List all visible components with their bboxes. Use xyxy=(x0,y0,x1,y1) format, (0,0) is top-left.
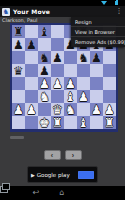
move-caption xyxy=(10,136,24,139)
board-square-e6[interactable] xyxy=(64,51,77,64)
board-square-a6[interactable] xyxy=(12,51,25,64)
board-square-a4[interactable] xyxy=(12,77,25,90)
board-square-b5[interactable] xyxy=(25,64,38,77)
board-square-e5[interactable] xyxy=(64,64,77,77)
menu-item-resign[interactable]: Resign xyxy=(71,17,125,27)
white-pawn-piece: ♟ xyxy=(90,103,103,116)
white-king-piece: ♚ xyxy=(38,116,51,129)
black-pawn-piece: ♟ xyxy=(12,38,25,51)
board-square-h6[interactable] xyxy=(103,51,116,64)
white-pawn-piece: ♟ xyxy=(64,77,77,90)
board-square-d1[interactable]: ♜ xyxy=(51,116,64,129)
board-square-a2[interactable]: ♟ xyxy=(12,103,25,116)
white-pawn-piece: ♟ xyxy=(38,77,51,90)
board-square-a5[interactable]: ♛ xyxy=(12,64,25,77)
board-square-h3[interactable] xyxy=(103,90,116,103)
white-pawn-piece: ♟ xyxy=(103,103,116,116)
app-icon: ♞ xyxy=(2,8,10,16)
board-square-b3[interactable] xyxy=(25,90,38,103)
board-square-a7[interactable]: ♟ xyxy=(12,38,25,51)
board-square-b2[interactable]: ♟ xyxy=(25,103,38,116)
recents-icon[interactable] xyxy=(0,186,8,193)
board-square-c2[interactable] xyxy=(38,103,51,116)
battery-icon xyxy=(115,1,118,5)
ad-banner[interactable]: ▶ Google play xyxy=(27,166,98,183)
white-rook-piece: ♜ xyxy=(51,116,64,129)
menu-item-remove-ads[interactable]: Remove Ads ($0.99) xyxy=(71,37,125,47)
board-square-g3[interactable] xyxy=(90,90,103,103)
black-rook-piece: ♜ xyxy=(12,25,25,38)
board-square-d7[interactable] xyxy=(51,38,64,51)
board-square-b8[interactable] xyxy=(25,25,38,38)
board-square-e3[interactable]: ♝ xyxy=(64,90,77,103)
app-title: Your Move xyxy=(13,8,50,15)
white-knight-piece: ♞ xyxy=(64,103,77,116)
board-square-c4[interactable]: ♟ xyxy=(38,77,51,90)
white-bishop-piece: ♝ xyxy=(77,116,90,129)
board-square-c3[interactable]: ♞ xyxy=(38,90,51,103)
home-icon[interactable]: ⌂ xyxy=(56,186,68,200)
board-square-b7[interactable]: ♟ xyxy=(25,38,38,51)
overflow-menu-icon[interactable]: ⋮ xyxy=(115,6,123,17)
board-square-a3[interactable] xyxy=(12,90,25,103)
wifi-icon xyxy=(101,1,107,5)
black-pawn-piece: ♟ xyxy=(51,51,64,64)
board-square-h1[interactable]: ♜ xyxy=(103,116,116,129)
black-pawn-piece: ♟ xyxy=(38,64,51,77)
previous-move-button[interactable]: ‹ xyxy=(44,150,61,160)
board-square-g2[interactable]: ♟ xyxy=(90,103,103,116)
back-icon[interactable]: ↩ xyxy=(30,186,42,200)
black-bishop-piece: ♝ xyxy=(38,25,51,38)
board-square-d2[interactable]: ♛ xyxy=(51,103,64,116)
title-bar: ♞ Your Move ⋮ xyxy=(0,6,125,17)
board-square-d8[interactable] xyxy=(51,25,64,38)
board-square-d6[interactable]: ♟ xyxy=(51,51,64,64)
board-square-f2[interactable] xyxy=(77,103,90,116)
board-square-d4[interactable]: ♟ xyxy=(51,77,64,90)
overflow-menu: Resign View in Browser Remove Ads ($0.99… xyxy=(71,17,125,47)
board-square-h2[interactable]: ♟ xyxy=(103,103,116,116)
white-queen-piece: ♛ xyxy=(51,103,64,116)
board-square-g6[interactable]: ♟ xyxy=(90,51,103,64)
board-square-e4[interactable]: ♟ xyxy=(64,77,77,90)
ad-install-button[interactable] xyxy=(78,171,94,179)
board-square-a8[interactable]: ♜ xyxy=(12,25,25,38)
board-square-g4[interactable] xyxy=(90,77,103,90)
white-pawn-piece: ♟ xyxy=(51,77,64,90)
board-square-h5[interactable] xyxy=(103,64,116,77)
board-square-b6[interactable] xyxy=(25,51,38,64)
board-square-c1[interactable]: ♚ xyxy=(38,116,51,129)
board-square-c6[interactable]: ♞ xyxy=(38,51,51,64)
black-knight-piece: ♞ xyxy=(38,51,51,64)
board-square-b4[interactable] xyxy=(25,77,38,90)
board-square-e2[interactable]: ♞ xyxy=(64,103,77,116)
white-pawn-piece: ♟ xyxy=(25,103,38,116)
black-knight-piece: ♞ xyxy=(77,51,90,64)
board-square-b1[interactable] xyxy=(25,116,38,129)
white-rook-piece: ♜ xyxy=(103,116,116,129)
board-square-c7[interactable] xyxy=(38,38,51,51)
board-square-c5[interactable]: ♟ xyxy=(38,64,51,77)
white-knight-piece: ♞ xyxy=(38,90,51,103)
black-queen-piece: ♛ xyxy=(12,64,25,77)
board-square-f4[interactable] xyxy=(77,77,90,90)
menu-item-view-in-browser[interactable]: View in Browser xyxy=(71,27,125,37)
board-square-e1[interactable] xyxy=(64,116,77,129)
board-square-a1[interactable] xyxy=(12,116,25,129)
board-square-d5[interactable] xyxy=(51,64,64,77)
board-square-f6[interactable]: ♞ xyxy=(77,51,90,64)
board-square-g1[interactable] xyxy=(90,116,103,129)
move-navigation: ‹ › xyxy=(0,150,125,160)
google-play-icon: ▶ xyxy=(31,172,35,178)
black-pawn-piece: ♟ xyxy=(90,51,103,64)
board-square-c8[interactable]: ♝ xyxy=(38,25,51,38)
white-pawn-piece: ♟ xyxy=(12,103,25,116)
board-square-h4[interactable] xyxy=(103,77,116,90)
board-square-f1[interactable]: ♝ xyxy=(77,116,90,129)
board-square-d3[interactable] xyxy=(51,90,64,103)
white-pawn-piece: ♟ xyxy=(77,90,90,103)
board-square-f3[interactable]: ♟ xyxy=(77,90,90,103)
black-pawn-piece: ♟ xyxy=(25,38,38,51)
android-nav-bar: ↩ ⌂ xyxy=(0,186,125,200)
ad-text: Google play xyxy=(37,172,70,178)
white-bishop-piece: ♝ xyxy=(64,90,77,103)
next-move-button[interactable]: › xyxy=(65,150,82,160)
board-square-g5[interactable] xyxy=(90,64,103,77)
board-square-f5[interactable] xyxy=(77,64,90,77)
